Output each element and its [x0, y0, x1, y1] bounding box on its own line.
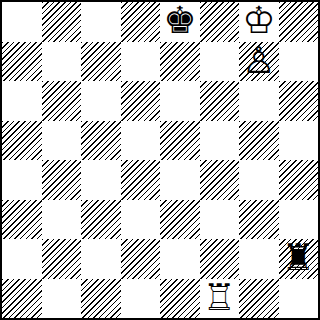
square-c7[interactable]	[81, 42, 121, 82]
square-h2[interactable]: ♜	[279, 239, 319, 279]
square-f5[interactable]	[200, 121, 240, 161]
square-f8[interactable]	[200, 2, 240, 42]
square-c8[interactable]	[81, 2, 121, 42]
square-g4[interactable]	[239, 160, 279, 200]
square-a6[interactable]	[2, 81, 42, 121]
white-king[interactable]: ♔	[242, 2, 275, 39]
square-e6[interactable]	[160, 81, 200, 121]
square-a8[interactable]	[2, 2, 42, 42]
square-f4[interactable]	[200, 160, 240, 200]
square-e2[interactable]	[160, 239, 200, 279]
square-d6[interactable]	[121, 81, 161, 121]
square-c5[interactable]	[81, 121, 121, 161]
square-c1[interactable]	[81, 279, 121, 319]
square-h5[interactable]	[279, 121, 319, 161]
square-a3[interactable]	[2, 200, 42, 240]
square-b1[interactable]	[42, 279, 82, 319]
square-g1[interactable]	[239, 279, 279, 319]
square-e7[interactable]	[160, 42, 200, 82]
black-rook[interactable]: ♜	[282, 239, 315, 276]
square-f3[interactable]	[200, 200, 240, 240]
square-d1[interactable]	[121, 279, 161, 319]
square-b7[interactable]	[42, 42, 82, 82]
black-king[interactable]: ♚	[163, 2, 196, 39]
square-h3[interactable]	[279, 200, 319, 240]
square-d7[interactable]	[121, 42, 161, 82]
square-d8[interactable]	[121, 2, 161, 42]
square-g3[interactable]	[239, 200, 279, 240]
square-d5[interactable]	[121, 121, 161, 161]
square-c4[interactable]	[81, 160, 121, 200]
square-b8[interactable]	[42, 2, 82, 42]
square-e3[interactable]	[160, 200, 200, 240]
white-rook[interactable]: ♖	[203, 279, 236, 316]
square-c3[interactable]	[81, 200, 121, 240]
square-a7[interactable]	[2, 42, 42, 82]
square-b2[interactable]	[42, 239, 82, 279]
square-g2[interactable]	[239, 239, 279, 279]
square-b5[interactable]	[42, 121, 82, 161]
square-a1[interactable]	[2, 279, 42, 319]
square-d3[interactable]	[121, 200, 161, 240]
square-a4[interactable]	[2, 160, 42, 200]
square-e4[interactable]	[160, 160, 200, 200]
square-f1[interactable]: ♖	[200, 279, 240, 319]
square-g8[interactable]: ♔	[239, 2, 279, 42]
square-f6[interactable]	[200, 81, 240, 121]
square-e5[interactable]	[160, 121, 200, 161]
square-d4[interactable]	[121, 160, 161, 200]
chess-board: ♚♔♙♜♖	[0, 0, 320, 320]
square-e8[interactable]: ♚	[160, 2, 200, 42]
square-g5[interactable]	[239, 121, 279, 161]
square-h7[interactable]	[279, 42, 319, 82]
square-c6[interactable]	[81, 81, 121, 121]
square-d2[interactable]	[121, 239, 161, 279]
square-h1[interactable]	[279, 279, 319, 319]
square-a2[interactable]	[2, 239, 42, 279]
square-c2[interactable]	[81, 239, 121, 279]
square-h6[interactable]	[279, 81, 319, 121]
square-h4[interactable]	[279, 160, 319, 200]
square-f7[interactable]	[200, 42, 240, 82]
square-g6[interactable]	[239, 81, 279, 121]
square-f2[interactable]	[200, 239, 240, 279]
square-g7[interactable]: ♙	[239, 42, 279, 82]
white-pawn[interactable]: ♙	[242, 42, 275, 79]
square-b3[interactable]	[42, 200, 82, 240]
square-h8[interactable]	[279, 2, 319, 42]
square-e1[interactable]	[160, 279, 200, 319]
square-b6[interactable]	[42, 81, 82, 121]
square-b4[interactable]	[42, 160, 82, 200]
square-a5[interactable]	[2, 121, 42, 161]
